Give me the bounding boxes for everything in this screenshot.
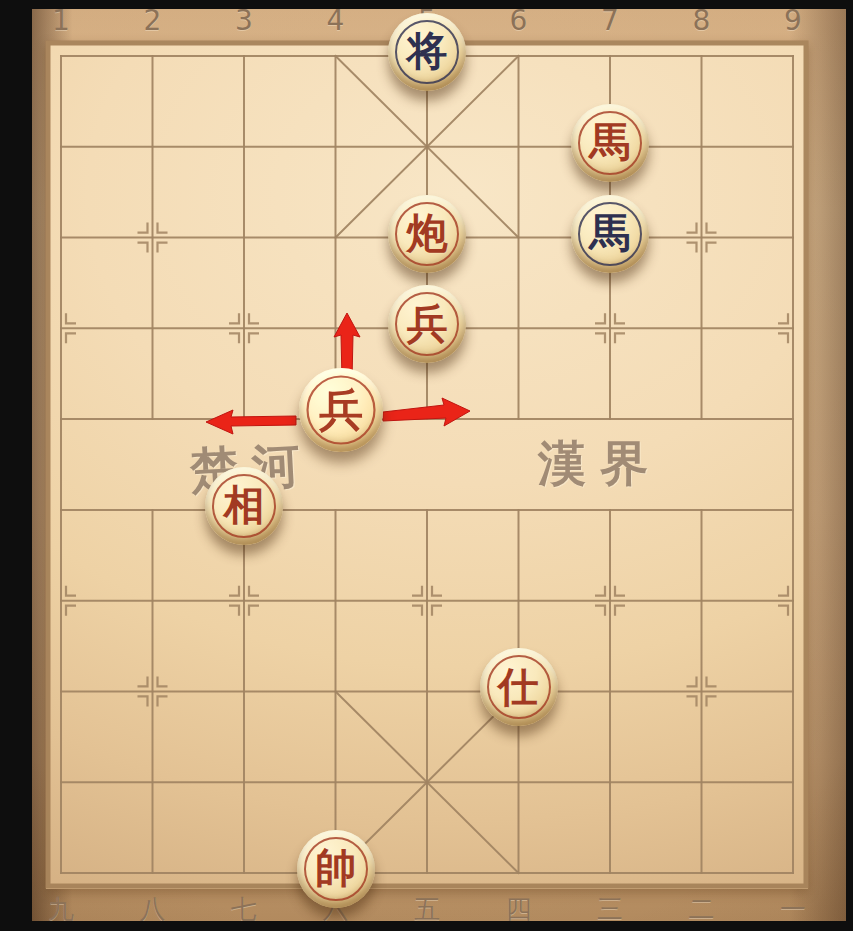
letterbox-left [0, 0, 32, 931]
piece-glyph: 帥 [315, 848, 356, 889]
piece-glyph: 炮 [407, 213, 448, 254]
piece-red-soldier-selected[interactable]: 兵 [298, 368, 382, 452]
piece-red-soldier[interactable]: 兵 [388, 285, 466, 363]
piece-red-general[interactable]: 帥 [297, 830, 375, 908]
piece-black-horse[interactable]: 馬 [571, 195, 649, 273]
piece-glyph: 仕 [498, 667, 539, 708]
piece-red-cannon[interactable]: 炮 [388, 195, 466, 273]
pieces-layer: 将馬馬炮兵兵相仕帥 [15, 11, 839, 919]
piece-red-elephant[interactable]: 相 [205, 467, 283, 545]
piece-glyph: 馬 [590, 213, 631, 254]
piece-glyph: 相 [224, 485, 265, 526]
piece-red-horse[interactable]: 馬 [571, 104, 649, 182]
piece-black-general[interactable]: 将 [388, 13, 466, 91]
piece-glyph: 馬 [590, 122, 631, 163]
letterbox-right [846, 0, 853, 931]
letterbox-bottom [0, 921, 853, 931]
piece-glyph: 兵 [318, 388, 362, 432]
piece-red-advisor[interactable]: 仕 [480, 648, 558, 726]
piece-glyph: 兵 [407, 304, 448, 345]
letterbox-top [0, 0, 853, 9]
xiangqi-app: 123456789 九八七六五四三二一 楚河 漢界 将馬馬炮兵兵相仕帥 [0, 0, 853, 931]
piece-glyph: 将 [407, 31, 448, 72]
